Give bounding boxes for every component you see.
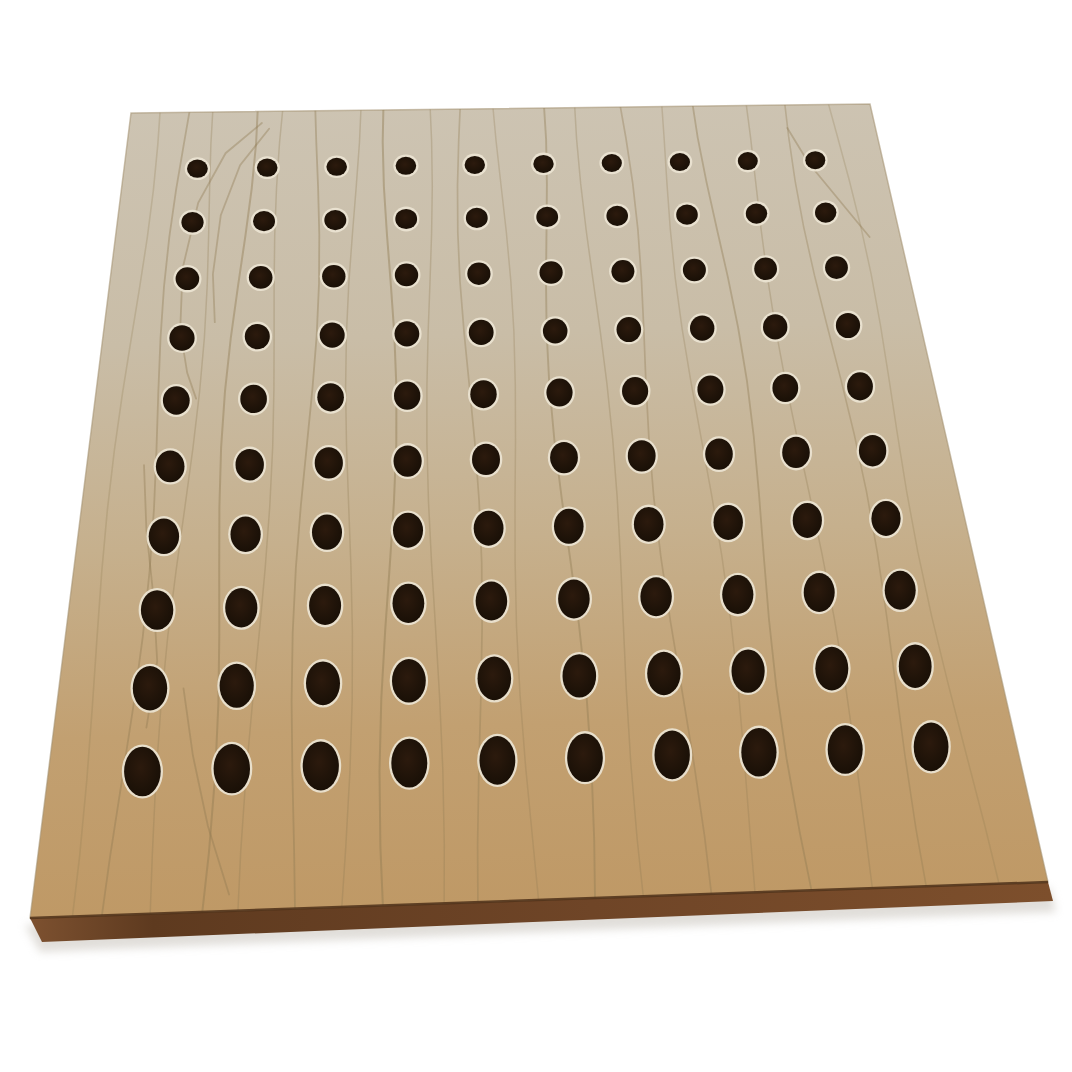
hole xyxy=(391,739,427,788)
hole xyxy=(554,509,584,544)
hole xyxy=(465,156,485,174)
hole xyxy=(478,657,512,701)
hole xyxy=(149,518,179,554)
hole xyxy=(793,503,822,538)
hole xyxy=(253,211,275,231)
hole xyxy=(782,437,810,468)
hole xyxy=(550,442,578,473)
hole xyxy=(394,445,422,476)
hole xyxy=(309,586,341,625)
hole xyxy=(220,664,254,708)
hole xyxy=(611,260,634,282)
hole xyxy=(628,440,656,471)
hole xyxy=(395,264,418,287)
hole xyxy=(396,157,417,175)
hole xyxy=(467,263,490,285)
hole xyxy=(393,513,423,548)
hole xyxy=(805,151,825,169)
hole xyxy=(303,741,339,790)
hole xyxy=(181,212,203,232)
hole xyxy=(676,205,698,225)
hole xyxy=(392,659,426,703)
hole xyxy=(622,377,648,405)
hole xyxy=(231,517,261,552)
hole xyxy=(326,158,347,176)
hole xyxy=(647,652,680,695)
hole xyxy=(225,588,257,627)
hole xyxy=(741,728,776,777)
acoustic-panel-photo xyxy=(0,0,1072,1072)
hole xyxy=(804,573,835,612)
hole xyxy=(859,435,886,466)
hole xyxy=(714,505,743,540)
hole xyxy=(899,644,932,688)
hole xyxy=(141,590,173,630)
hole xyxy=(245,324,270,349)
hole xyxy=(754,258,777,281)
hole xyxy=(871,501,900,536)
hole xyxy=(885,571,916,610)
hole xyxy=(470,380,496,408)
hole xyxy=(214,744,250,793)
hole xyxy=(480,736,516,785)
hole xyxy=(732,649,765,692)
hole xyxy=(394,382,420,410)
hole xyxy=(257,159,278,177)
hole xyxy=(393,584,425,623)
hole xyxy=(763,314,787,339)
hole xyxy=(306,661,340,705)
hole xyxy=(567,733,603,782)
hole xyxy=(836,313,860,338)
hole xyxy=(176,267,200,290)
hole xyxy=(315,447,343,478)
hole xyxy=(187,160,208,178)
hole xyxy=(466,208,488,228)
hole xyxy=(317,383,344,411)
hole xyxy=(697,376,723,404)
hole xyxy=(324,210,346,230)
hole xyxy=(563,654,597,697)
hole xyxy=(320,323,345,348)
hole xyxy=(156,451,185,483)
hole xyxy=(395,321,420,346)
hole xyxy=(163,386,190,414)
hole xyxy=(476,582,508,621)
hole xyxy=(847,372,873,400)
hole xyxy=(655,731,690,780)
hole xyxy=(395,209,417,229)
hole xyxy=(705,439,733,470)
hole xyxy=(472,444,500,475)
hole xyxy=(124,747,161,797)
hole xyxy=(536,207,558,227)
hole xyxy=(738,152,758,170)
hole xyxy=(683,259,706,281)
hole xyxy=(533,155,553,173)
hole xyxy=(322,265,345,288)
hole xyxy=(772,374,798,402)
hole xyxy=(312,515,342,550)
hole xyxy=(914,722,949,771)
hole xyxy=(815,647,848,691)
hole xyxy=(690,316,714,341)
hole xyxy=(634,507,664,542)
hole xyxy=(746,204,767,224)
hole xyxy=(546,379,572,407)
photo-canvas xyxy=(0,0,1072,1072)
hole xyxy=(815,203,836,223)
hole xyxy=(540,261,563,283)
hole xyxy=(617,317,642,342)
hole xyxy=(474,511,504,546)
hole xyxy=(558,579,590,618)
hole xyxy=(670,153,690,171)
hole xyxy=(240,385,267,413)
hole xyxy=(825,256,848,279)
hole xyxy=(606,206,628,226)
hole xyxy=(133,666,167,710)
hole xyxy=(543,319,568,344)
hole xyxy=(469,320,494,345)
hole xyxy=(828,725,863,774)
hole xyxy=(640,577,671,616)
hole xyxy=(169,325,194,350)
hole xyxy=(236,449,264,481)
hole xyxy=(249,266,273,289)
hole xyxy=(602,154,622,172)
hole xyxy=(722,575,753,614)
